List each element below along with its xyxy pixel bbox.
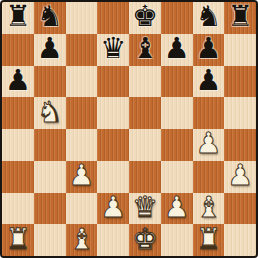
square-g5[interactable]: [193, 97, 225, 129]
square-e8[interactable]: ♚: [129, 2, 161, 34]
square-d5[interactable]: [97, 97, 129, 129]
square-c4[interactable]: [66, 129, 98, 161]
square-e5[interactable]: [129, 97, 161, 129]
white-king[interactable]: ♚: [132, 225, 158, 254]
white-pawn[interactable]: ♟: [227, 161, 253, 190]
chessboard-screenshot: ♜♞♚♞♜♟♛♝♟♟♟♟♞♟♟♟♟♛♟♝♜♝♚♜: [0, 0, 258, 258]
square-d4[interactable]: [97, 129, 129, 161]
black-rook[interactable]: ♜: [5, 2, 31, 31]
black-queen[interactable]: ♛: [100, 34, 126, 63]
square-h6[interactable]: [224, 66, 256, 98]
square-b2[interactable]: [34, 193, 66, 225]
white-bishop[interactable]: ♝: [68, 225, 94, 254]
white-bishop[interactable]: ♝: [195, 193, 221, 222]
square-c2[interactable]: [66, 193, 98, 225]
square-d7[interactable]: ♛: [97, 34, 129, 66]
square-f6[interactable]: [161, 66, 193, 98]
white-rook[interactable]: ♜: [5, 225, 31, 254]
square-h8[interactable]: ♜: [224, 2, 256, 34]
black-pawn[interactable]: ♟: [195, 66, 221, 95]
board-frame: ♜♞♚♞♜♟♛♝♟♟♟♟♞♟♟♟♟♛♟♝♜♝♚♜: [0, 0, 258, 258]
square-d6[interactable]: [97, 66, 129, 98]
square-b8[interactable]: ♞: [34, 2, 66, 34]
square-d8[interactable]: [97, 2, 129, 34]
square-b1[interactable]: [34, 224, 66, 256]
white-pawn[interactable]: ♟: [164, 193, 190, 222]
square-a5[interactable]: [2, 97, 34, 129]
square-d1[interactable]: [97, 224, 129, 256]
square-b5[interactable]: ♞: [34, 97, 66, 129]
black-knight[interactable]: ♞: [195, 2, 221, 31]
square-g1[interactable]: ♜: [193, 224, 225, 256]
square-f2[interactable]: ♟: [161, 193, 193, 225]
square-b6[interactable]: [34, 66, 66, 98]
square-e7[interactable]: ♝: [129, 34, 161, 66]
square-c7[interactable]: [66, 34, 98, 66]
square-c5[interactable]: [66, 97, 98, 129]
square-c1[interactable]: ♝: [66, 224, 98, 256]
black-pawn[interactable]: ♟: [195, 34, 221, 63]
square-a2[interactable]: [2, 193, 34, 225]
square-g7[interactable]: ♟: [193, 34, 225, 66]
square-f3[interactable]: [161, 161, 193, 193]
square-g2[interactable]: ♝: [193, 193, 225, 225]
white-pawn[interactable]: ♟: [195, 129, 221, 158]
square-g3[interactable]: [193, 161, 225, 193]
square-c6[interactable]: [66, 66, 98, 98]
square-b7[interactable]: ♟: [34, 34, 66, 66]
square-d2[interactable]: ♟: [97, 193, 129, 225]
white-rook[interactable]: ♜: [195, 225, 221, 254]
square-e3[interactable]: [129, 161, 161, 193]
square-e4[interactable]: [129, 129, 161, 161]
black-bishop[interactable]: ♝: [132, 34, 158, 63]
square-e6[interactable]: [129, 66, 161, 98]
square-c3[interactable]: ♟: [66, 161, 98, 193]
square-a4[interactable]: [2, 129, 34, 161]
black-knight[interactable]: ♞: [37, 2, 63, 31]
square-e1[interactable]: ♚: [129, 224, 161, 256]
square-g8[interactable]: ♞: [193, 2, 225, 34]
black-pawn[interactable]: ♟: [37, 34, 63, 63]
black-pawn[interactable]: ♟: [5, 66, 31, 95]
square-g4[interactable]: ♟: [193, 129, 225, 161]
black-rook[interactable]: ♜: [227, 2, 253, 31]
square-f7[interactable]: ♟: [161, 34, 193, 66]
square-f8[interactable]: [161, 2, 193, 34]
square-g6[interactable]: ♟: [193, 66, 225, 98]
black-king[interactable]: ♚: [132, 2, 158, 31]
square-f5[interactable]: [161, 97, 193, 129]
square-a8[interactable]: ♜: [2, 2, 34, 34]
black-pawn[interactable]: ♟: [164, 34, 190, 63]
white-pawn[interactable]: ♟: [68, 161, 94, 190]
square-b4[interactable]: [34, 129, 66, 161]
square-e2[interactable]: ♛: [129, 193, 161, 225]
square-b3[interactable]: [34, 161, 66, 193]
square-h5[interactable]: [224, 97, 256, 129]
white-knight[interactable]: ♞: [37, 98, 63, 127]
square-a6[interactable]: ♟: [2, 66, 34, 98]
white-queen[interactable]: ♛: [132, 193, 158, 222]
square-h4[interactable]: [224, 129, 256, 161]
square-f1[interactable]: [161, 224, 193, 256]
white-pawn[interactable]: ♟: [100, 193, 126, 222]
square-c8[interactable]: [66, 2, 98, 34]
square-h1[interactable]: [224, 224, 256, 256]
square-f4[interactable]: [161, 129, 193, 161]
chess-board[interactable]: ♜♞♚♞♜♟♛♝♟♟♟♟♞♟♟♟♟♛♟♝♜♝♚♜: [2, 2, 256, 256]
square-h2[interactable]: [224, 193, 256, 225]
square-a3[interactable]: [2, 161, 34, 193]
square-d3[interactable]: [97, 161, 129, 193]
square-a7[interactable]: [2, 34, 34, 66]
square-h3[interactable]: ♟: [224, 161, 256, 193]
square-h7[interactable]: [224, 34, 256, 66]
square-a1[interactable]: ♜: [2, 224, 34, 256]
